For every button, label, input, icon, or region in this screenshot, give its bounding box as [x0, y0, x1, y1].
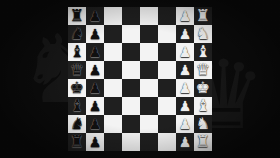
- square-r6c3[interactable]: [104, 97, 122, 115]
- square-r8c1[interactable]: ♜: [68, 133, 86, 151]
- square-r5c2[interactable]: ♟: [86, 79, 104, 97]
- square-r8c2[interactable]: ♟: [86, 133, 104, 151]
- black-knight: ♞: [70, 26, 84, 42]
- square-r7c6[interactable]: [158, 115, 176, 133]
- square-r4c8[interactable]: ♛: [194, 61, 212, 79]
- square-r5c4[interactable]: [122, 79, 140, 97]
- black-pawn: ♟: [89, 99, 102, 113]
- square-r7c1[interactable]: ♞: [68, 115, 86, 133]
- black-pawn: ♟: [89, 27, 102, 41]
- square-r4c7[interactable]: ♟: [176, 61, 194, 79]
- white-king: ♚: [196, 80, 210, 96]
- square-r1c3[interactable]: [104, 7, 122, 25]
- black-rook: ♜: [70, 8, 84, 24]
- white-pawn: ♟: [179, 99, 192, 113]
- square-r8c4[interactable]: [122, 133, 140, 151]
- black-bishop: ♝: [70, 44, 84, 60]
- square-r2c2[interactable]: ♟: [86, 25, 104, 43]
- square-r6c1[interactable]: ♝: [68, 97, 86, 115]
- square-r4c3[interactable]: [104, 61, 122, 79]
- white-pawn: ♟: [179, 135, 192, 149]
- square-r1c8[interactable]: ♜: [194, 7, 212, 25]
- square-r7c3[interactable]: [104, 115, 122, 133]
- square-r2c8[interactable]: ♞: [194, 25, 212, 43]
- square-r4c6[interactable]: [158, 61, 176, 79]
- square-r5c1[interactable]: ♚: [68, 79, 86, 97]
- square-r3c3[interactable]: [104, 43, 122, 61]
- white-pawn: ♟: [179, 117, 192, 131]
- square-r5c7[interactable]: ♟: [176, 79, 194, 97]
- square-r1c6[interactable]: [158, 7, 176, 25]
- square-r4c4[interactable]: [122, 61, 140, 79]
- square-r6c2[interactable]: ♟: [86, 97, 104, 115]
- square-r7c4[interactable]: [122, 115, 140, 133]
- white-queen: ♛: [196, 62, 210, 78]
- square-r2c6[interactable]: [158, 25, 176, 43]
- white-pawn: ♟: [179, 9, 192, 23]
- white-rook: ♜: [196, 8, 210, 24]
- square-r6c4[interactable]: [122, 97, 140, 115]
- chess-scene: ♞ ♛ ♜♟♟♜♞♟♟♞♝♟♟♝♛♟♟♛♚♟♟♚♝♟♟♝♞♟♟♞♜♟♟♜: [0, 0, 280, 158]
- square-r6c5[interactable]: [140, 97, 158, 115]
- square-r1c5[interactable]: [140, 7, 158, 25]
- square-r7c8[interactable]: ♞: [194, 115, 212, 133]
- black-queen: ♛: [70, 62, 84, 78]
- square-r2c7[interactable]: ♟: [176, 25, 194, 43]
- square-r3c4[interactable]: [122, 43, 140, 61]
- square-r3c8[interactable]: ♝: [194, 43, 212, 61]
- square-r6c8[interactable]: ♝: [194, 97, 212, 115]
- square-r5c8[interactable]: ♚: [194, 79, 212, 97]
- square-r5c5[interactable]: [140, 79, 158, 97]
- square-r8c3[interactable]: [104, 133, 122, 151]
- square-r6c6[interactable]: [158, 97, 176, 115]
- square-r3c5[interactable]: [140, 43, 158, 61]
- white-rook: ♜: [196, 134, 210, 150]
- black-bishop: ♝: [70, 98, 84, 114]
- square-r7c5[interactable]: [140, 115, 158, 133]
- black-pawn: ♟: [89, 45, 102, 59]
- square-r4c1[interactable]: ♛: [68, 61, 86, 79]
- black-pawn: ♟: [89, 135, 102, 149]
- black-pawn: ♟: [89, 63, 102, 77]
- square-r2c3[interactable]: [104, 25, 122, 43]
- square-r8c6[interactable]: [158, 133, 176, 151]
- square-r2c4[interactable]: [122, 25, 140, 43]
- black-pawn: ♟: [89, 81, 102, 95]
- square-r5c6[interactable]: [158, 79, 176, 97]
- square-r1c2[interactable]: ♟: [86, 7, 104, 25]
- white-pawn: ♟: [179, 45, 192, 59]
- square-r2c5[interactable]: [140, 25, 158, 43]
- black-rook: ♜: [70, 134, 84, 150]
- square-r3c6[interactable]: [158, 43, 176, 61]
- square-r3c1[interactable]: ♝: [68, 43, 86, 61]
- square-r8c5[interactable]: [140, 133, 158, 151]
- black-pawn: ♟: [89, 117, 102, 131]
- white-pawn: ♟: [179, 81, 192, 95]
- white-bishop: ♝: [196, 44, 210, 60]
- chess-board: ♜♟♟♜♞♟♟♞♝♟♟♝♛♟♟♛♚♟♟♚♝♟♟♝♞♟♟♞♜♟♟♜: [68, 7, 212, 151]
- square-r7c7[interactable]: ♟: [176, 115, 194, 133]
- square-r3c2[interactable]: ♟: [86, 43, 104, 61]
- black-king: ♚: [70, 80, 84, 96]
- white-knight: ♞: [196, 116, 210, 132]
- square-r4c2[interactable]: ♟: [86, 61, 104, 79]
- white-bishop: ♝: [196, 98, 210, 114]
- white-pawn: ♟: [179, 27, 192, 41]
- white-knight: ♞: [196, 26, 210, 42]
- black-knight: ♞: [70, 116, 84, 132]
- square-r4c5[interactable]: [140, 61, 158, 79]
- square-r5c3[interactable]: [104, 79, 122, 97]
- square-r8c8[interactable]: ♜: [194, 133, 212, 151]
- square-r1c7[interactable]: ♟: [176, 7, 194, 25]
- square-r6c7[interactable]: ♟: [176, 97, 194, 115]
- square-r2c1[interactable]: ♞: [68, 25, 86, 43]
- square-r3c7[interactable]: ♟: [176, 43, 194, 61]
- black-pawn: ♟: [89, 9, 102, 23]
- square-r1c1[interactable]: ♜: [68, 7, 86, 25]
- square-r1c4[interactable]: [122, 7, 140, 25]
- white-pawn: ♟: [179, 63, 192, 77]
- square-r8c7[interactable]: ♟: [176, 133, 194, 151]
- square-r7c2[interactable]: ♟: [86, 115, 104, 133]
